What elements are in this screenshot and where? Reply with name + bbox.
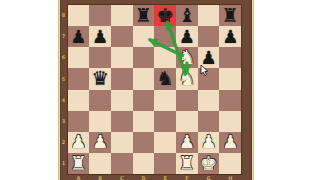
piece-black-bishop[interactable]: ♝ [178, 5, 195, 25]
square-e1[interactable] [154, 153, 176, 174]
square-g2[interactable]: ♟ [198, 132, 220, 153]
square-b2[interactable]: ♟ [89, 132, 111, 153]
piece-white-rook[interactable]: ♜ [178, 153, 195, 173]
square-f7[interactable]: ♟ [176, 26, 198, 47]
piece-white-king[interactable]: ♚ [200, 153, 217, 173]
file-label-d: D [133, 175, 155, 180]
file-label-g: G [198, 175, 220, 180]
piece-black-pawn[interactable]: ♟ [200, 48, 216, 66]
square-b3[interactable] [89, 111, 111, 132]
square-e6[interactable] [154, 47, 176, 68]
square-g8[interactable] [198, 5, 220, 26]
square-c3[interactable] [111, 111, 133, 132]
square-b7[interactable]: ♟ [89, 26, 111, 47]
piece-white-pawn[interactable]: ♟ [200, 133, 216, 151]
piece-white-pawn[interactable]: ♟ [222, 133, 238, 151]
square-h5[interactable] [219, 68, 241, 89]
square-g7[interactable] [198, 26, 220, 47]
piece-black-rook[interactable]: ♜ [222, 5, 239, 25]
file-label-h: H [219, 175, 241, 180]
square-g4[interactable] [198, 90, 220, 111]
square-a6[interactable] [68, 47, 90, 68]
square-a1[interactable]: ♜ [68, 153, 90, 174]
square-a5[interactable] [68, 68, 90, 89]
square-a4[interactable] [68, 90, 90, 111]
piece-white-knight[interactable]: ♞ [178, 69, 195, 89]
square-c7[interactable] [111, 26, 133, 47]
piece-black-pawn[interactable]: ♟ [179, 27, 195, 45]
piece-black-rook[interactable]: ♜ [135, 5, 152, 25]
square-h4[interactable] [219, 90, 241, 111]
piece-black-pawn[interactable]: ♟ [70, 27, 86, 45]
square-e8[interactable]: ♚ [154, 5, 176, 26]
square-d5[interactable] [133, 68, 155, 89]
square-g6[interactable]: ♟ [198, 47, 220, 68]
square-g3[interactable] [198, 111, 220, 132]
piece-black-queen[interactable]: ♛ [91, 69, 108, 89]
square-h2[interactable]: ♟ [219, 132, 241, 153]
square-d4[interactable] [133, 90, 155, 111]
square-b5[interactable]: ♛ [89, 68, 111, 89]
file-label-f: F [176, 175, 198, 180]
square-e3[interactable] [154, 111, 176, 132]
square-b4[interactable] [89, 90, 111, 111]
file-label-c: C [111, 175, 133, 180]
square-a8[interactable] [68, 5, 90, 26]
piece-white-rook[interactable]: ♜ [70, 153, 87, 173]
piece-white-pawn[interactable]: ♟ [179, 133, 195, 151]
square-c8[interactable] [111, 5, 133, 26]
piece-white-pawn[interactable]: ♟ [70, 133, 86, 151]
square-d3[interactable] [133, 111, 155, 132]
square-a3[interactable] [68, 111, 90, 132]
square-g5[interactable] [198, 68, 220, 89]
square-f5[interactable]: ♞ [176, 68, 198, 89]
square-h1[interactable] [219, 153, 241, 174]
square-e5[interactable]: ♞ [154, 68, 176, 89]
square-h7[interactable]: ♟ [219, 26, 241, 47]
file-label-a: A [68, 175, 90, 180]
square-d6[interactable] [133, 47, 155, 68]
square-b8[interactable] [89, 5, 111, 26]
piece-black-knight[interactable]: ♞ [156, 69, 173, 89]
square-h3[interactable] [219, 111, 241, 132]
piece-black-pawn[interactable]: ♟ [92, 27, 108, 45]
chess-board[interactable]: ♜♚♝♜♟♟♟♟♞♟♛♞♞♟♟♟♟♟♜♜♚ [67, 4, 243, 175]
square-e2[interactable] [154, 132, 176, 153]
square-b1[interactable] [89, 153, 111, 174]
square-a2[interactable]: ♟ [68, 132, 90, 153]
square-h6[interactable] [219, 47, 241, 68]
square-a7[interactable]: ♟ [68, 26, 90, 47]
square-f2[interactable]: ♟ [176, 132, 198, 153]
piece-black-pawn[interactable]: ♟ [222, 27, 238, 45]
square-d1[interactable] [133, 153, 155, 174]
square-f4[interactable] [176, 90, 198, 111]
square-g1[interactable]: ♚ [198, 153, 220, 174]
square-c5[interactable] [111, 68, 133, 89]
square-d2[interactable] [133, 132, 155, 153]
square-b6[interactable] [89, 47, 111, 68]
file-label-e: E [154, 175, 176, 180]
file-label-b: B [89, 175, 111, 180]
square-f6[interactable]: ♞ [176, 47, 198, 68]
square-c2[interactable] [111, 132, 133, 153]
square-d8[interactable]: ♜ [133, 5, 155, 26]
piece-white-knight[interactable]: ♞ [178, 48, 195, 68]
square-e4[interactable] [154, 90, 176, 111]
piece-black-king[interactable]: ♚ [156, 5, 173, 25]
piece-white-pawn[interactable]: ♟ [92, 133, 108, 151]
square-f3[interactable] [176, 111, 198, 132]
square-h8[interactable]: ♜ [219, 5, 241, 26]
square-c1[interactable] [111, 153, 133, 174]
file-labels: ABCDEFGH [68, 175, 242, 180]
square-d7[interactable] [133, 26, 155, 47]
square-e7[interactable] [154, 26, 176, 47]
square-f1[interactable]: ♜ [176, 153, 198, 174]
square-c6[interactable] [111, 47, 133, 68]
square-c4[interactable] [111, 90, 133, 111]
square-f8[interactable]: ♝ [176, 5, 198, 26]
